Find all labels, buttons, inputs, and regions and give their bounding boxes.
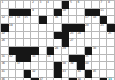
clue-number: 2 <box>32 1 34 4</box>
clue-number: 25 <box>108 32 111 35</box>
black-cell <box>107 24 115 32</box>
clue-number: 32 <box>9 55 12 58</box>
white-cell[interactable] <box>47 24 55 32</box>
white-cell[interactable]: 22 <box>1 32 9 40</box>
white-cell[interactable]: 40 <box>85 62 93 70</box>
black-cell <box>62 24 70 32</box>
clue-number: 8 <box>108 1 110 4</box>
black-cell <box>77 24 85 32</box>
clue-number: 19 <box>9 24 12 27</box>
black-cell <box>54 70 62 78</box>
clue-number: 33 <box>32 55 35 58</box>
black-cell <box>69 55 77 63</box>
white-cell[interactable]: 42 <box>31 70 39 78</box>
clue-number: 16 <box>55 16 58 19</box>
clue-number: 15 <box>24 16 27 19</box>
white-cell[interactable]: 36 <box>1 62 9 70</box>
clue-number: 23 <box>70 32 73 35</box>
black-cell <box>16 47 24 55</box>
black-cell <box>85 47 93 55</box>
white-cell[interactable] <box>24 24 32 32</box>
clue-number: 28 <box>55 47 58 50</box>
clue-number: 12 <box>2 16 5 19</box>
black-cell <box>39 16 47 24</box>
white-cell[interactable] <box>1 9 9 17</box>
black-cell <box>24 70 32 78</box>
white-cell[interactable] <box>77 39 85 47</box>
white-cell[interactable]: 17 <box>85 16 93 24</box>
black-cell <box>62 1 70 9</box>
white-cell[interactable] <box>92 55 100 63</box>
clue-number: 34 <box>47 55 50 58</box>
white-cell[interactable]: 33 <box>31 55 39 63</box>
clue-number: 4 <box>47 1 49 4</box>
white-cell[interactable] <box>54 1 62 9</box>
clue-number: 1 <box>2 1 4 4</box>
clue-number: 18 <box>93 16 96 19</box>
black-cell <box>16 9 24 17</box>
white-cell[interactable] <box>16 32 24 40</box>
white-cell[interactable] <box>92 62 100 70</box>
black-cell <box>69 78 77 80</box>
white-cell[interactable]: 47 <box>39 78 47 80</box>
white-cell[interactable] <box>62 16 70 24</box>
black-cell <box>1 24 9 32</box>
clue-number: 44 <box>77 70 80 73</box>
white-cell[interactable] <box>31 39 39 47</box>
black-cell <box>85 9 93 17</box>
white-cell[interactable]: 31 <box>1 55 9 63</box>
white-cell[interactable] <box>77 9 85 17</box>
white-cell[interactable]: 4 <box>47 1 55 9</box>
white-cell[interactable]: 28 <box>54 47 62 55</box>
clue-number: 3 <box>39 1 41 4</box>
white-cell[interactable] <box>39 70 47 78</box>
white-cell[interactable] <box>47 39 55 47</box>
clue-number: 14 <box>17 16 20 19</box>
white-cell[interactable] <box>24 62 32 70</box>
white-cell[interactable]: 46 <box>1 78 9 80</box>
white-cell[interactable] <box>47 32 55 40</box>
black-cell <box>100 78 108 80</box>
white-cell[interactable]: 24 <box>77 32 85 40</box>
white-cell[interactable] <box>85 32 93 40</box>
white-cell[interactable] <box>31 32 39 40</box>
clue-number: 36 <box>2 62 5 65</box>
clue-number: 46 <box>2 78 5 80</box>
white-cell[interactable] <box>62 55 70 63</box>
white-cell[interactable]: 39 <box>69 62 77 70</box>
white-cell[interactable] <box>39 62 47 70</box>
white-cell[interactable] <box>100 32 108 40</box>
clue-number: 37 <box>17 62 20 65</box>
clue-number: 20 <box>85 24 88 27</box>
black-cell <box>24 47 32 55</box>
white-cell[interactable] <box>16 39 24 47</box>
white-cell[interactable] <box>77 16 85 24</box>
corner-cyan-mark: 13 <box>108 78 112 80</box>
white-cell[interactable] <box>107 39 115 47</box>
white-cell[interactable] <box>92 24 100 32</box>
black-cell <box>100 16 108 24</box>
clue-number: 11 <box>100 9 103 12</box>
white-cell[interactable] <box>107 70 115 78</box>
white-cell[interactable] <box>47 62 55 70</box>
white-cell[interactable] <box>24 1 32 9</box>
white-cell[interactable] <box>39 32 47 40</box>
white-cell[interactable]: 11 <box>100 9 108 17</box>
white-cell[interactable] <box>31 62 39 70</box>
white-cell[interactable]: 9 <box>31 9 39 17</box>
white-cell[interactable] <box>85 78 93 80</box>
clue-number: 17 <box>85 16 88 19</box>
white-cell[interactable]: 48 <box>77 78 85 80</box>
white-cell[interactable] <box>16 24 24 32</box>
white-cell[interactable]: 43 <box>62 70 70 78</box>
black-cell <box>62 32 70 40</box>
black-cell <box>9 9 17 17</box>
white-cell[interactable]: 19 <box>9 24 17 32</box>
black-cell <box>77 62 85 70</box>
white-cell[interactable] <box>39 39 47 47</box>
white-cell[interactable] <box>69 9 77 17</box>
white-cell[interactable] <box>107 47 115 55</box>
clue-number: 27 <box>70 39 73 42</box>
white-cell[interactable]: 5 <box>69 1 77 9</box>
clue-number: 41 <box>2 70 5 73</box>
crossword-grid: 1234567891011121314151617181920212223242… <box>0 0 115 80</box>
white-cell[interactable] <box>69 70 77 78</box>
clue-number: 42 <box>32 70 35 73</box>
clue-number: 45 <box>93 70 96 73</box>
clue-number: 43 <box>62 70 65 73</box>
clue-number: 24 <box>77 32 80 35</box>
white-cell[interactable] <box>1 47 9 55</box>
white-cell[interactable] <box>16 78 24 80</box>
white-cell[interactable]: 16 <box>54 16 62 24</box>
white-cell[interactable] <box>107 55 115 63</box>
white-cell[interactable] <box>107 9 115 17</box>
clue-number: 22 <box>2 32 5 35</box>
black-cell <box>9 47 17 55</box>
white-cell[interactable]: 32 <box>9 55 17 63</box>
white-cell[interactable]: 15 <box>24 16 32 24</box>
white-cell[interactable]: 44 <box>77 70 85 78</box>
black-cell <box>54 32 62 40</box>
clue-number: 7 <box>100 1 102 4</box>
white-cell[interactable] <box>24 32 32 40</box>
clue-number: 5 <box>70 1 72 4</box>
black-cell <box>62 39 70 47</box>
white-cell[interactable]: 6 <box>77 1 85 9</box>
white-cell[interactable] <box>16 70 24 78</box>
white-cell[interactable] <box>9 78 17 80</box>
white-cell[interactable] <box>107 62 115 70</box>
white-cell[interactable] <box>9 70 17 78</box>
white-cell[interactable]: 30 <box>92 47 100 55</box>
white-cell[interactable] <box>47 16 55 24</box>
white-cell[interactable] <box>92 32 100 40</box>
white-cell[interactable]: 18 <box>92 16 100 24</box>
black-cell <box>16 55 24 63</box>
white-cell[interactable]: 10 <box>62 9 70 17</box>
white-cell[interactable]: 38 <box>62 62 70 70</box>
white-cell[interactable] <box>100 47 108 55</box>
white-cell[interactable] <box>100 62 108 70</box>
white-cell[interactable] <box>31 24 39 32</box>
clue-number: 47 <box>39 78 42 80</box>
white-cell[interactable]: 14 <box>16 16 24 24</box>
clue-number: 6 <box>77 1 79 4</box>
clue-number: 48 <box>77 78 80 80</box>
black-cell <box>24 55 32 63</box>
white-cell[interactable] <box>100 70 108 78</box>
white-cell[interactable]: 12 <box>1 16 9 24</box>
white-cell[interactable] <box>9 32 17 40</box>
clue-number: 10 <box>62 9 65 12</box>
clue-number: 31 <box>2 55 5 58</box>
white-cell[interactable] <box>39 47 47 55</box>
white-cell[interactable]: 27 <box>69 39 77 47</box>
white-cell[interactable]: 37 <box>16 62 24 70</box>
white-cell[interactable] <box>85 1 93 9</box>
black-cell <box>85 70 93 78</box>
white-cell[interactable]: 34 <box>47 55 55 63</box>
white-cell[interactable]: 13 <box>9 16 17 24</box>
clue-number: 9 <box>32 9 34 12</box>
clue-number: 35 <box>85 55 88 58</box>
clue-number: 26 <box>2 39 5 42</box>
white-cell[interactable] <box>54 55 62 63</box>
white-cell[interactable] <box>39 9 47 17</box>
white-cell[interactable] <box>54 24 62 32</box>
white-cell[interactable] <box>24 39 32 47</box>
white-cell[interactable] <box>62 78 70 80</box>
white-cell[interactable] <box>92 78 100 80</box>
white-cell[interactable] <box>47 70 55 78</box>
black-cell <box>54 9 62 17</box>
white-cell[interactable] <box>92 1 100 9</box>
clue-number: 40 <box>85 62 88 65</box>
black-cell <box>31 47 39 55</box>
white-cell[interactable]: 7 <box>100 1 108 9</box>
white-cell[interactable]: 2 <box>31 1 39 9</box>
white-cell[interactable] <box>69 47 77 55</box>
black-cell <box>92 9 100 17</box>
white-cell[interactable] <box>107 16 115 24</box>
white-cell[interactable]: 23 <box>69 32 77 40</box>
clue-number: 13 <box>9 16 12 19</box>
white-cell[interactable]: 29 <box>62 47 70 55</box>
white-cell[interactable] <box>54 39 62 47</box>
white-cell[interactable]: 35 <box>85 55 93 63</box>
white-cell[interactable] <box>85 39 93 47</box>
white-cell[interactable] <box>54 78 62 80</box>
white-cell[interactable] <box>39 55 47 63</box>
white-cell[interactable] <box>92 39 100 47</box>
white-cell[interactable] <box>69 16 77 24</box>
clue-number: 30 <box>93 47 96 50</box>
white-cell[interactable] <box>100 55 108 63</box>
clue-number: 21 <box>100 24 103 27</box>
white-cell[interactable]: 1 <box>1 1 9 9</box>
black-cell <box>31 78 39 80</box>
black-cell <box>77 55 85 63</box>
clue-number: 29 <box>62 47 65 50</box>
white-cell[interactable]: 20 <box>85 24 93 32</box>
white-cell[interactable] <box>77 47 85 55</box>
white-cell[interactable] <box>24 78 32 80</box>
white-cell[interactable] <box>39 24 47 32</box>
white-cell[interactable] <box>9 39 17 47</box>
white-cell[interactable]: 21 <box>100 24 108 32</box>
black-cell <box>54 62 62 70</box>
white-cell[interactable]: 13 <box>107 78 115 80</box>
white-cell[interactable] <box>100 39 108 47</box>
white-cell[interactable]: 45 <box>92 70 100 78</box>
black-cell <box>47 47 55 55</box>
white-cell[interactable] <box>9 62 17 70</box>
white-cell[interactable] <box>9 1 17 9</box>
white-cell[interactable]: 26 <box>1 39 9 47</box>
white-cell[interactable] <box>47 9 55 17</box>
white-cell[interactable]: 41 <box>1 70 9 78</box>
white-cell[interactable] <box>47 78 55 80</box>
white-cell[interactable] <box>16 1 24 9</box>
white-cell[interactable]: 25 <box>107 32 115 40</box>
black-cell <box>24 9 32 17</box>
white-cell[interactable]: 3 <box>39 1 47 9</box>
black-cell <box>69 24 77 32</box>
white-cell[interactable] <box>31 16 39 24</box>
white-cell[interactable]: 8 <box>107 1 115 9</box>
clue-number: 39 <box>70 62 73 65</box>
clue-number: 38 <box>62 62 65 65</box>
